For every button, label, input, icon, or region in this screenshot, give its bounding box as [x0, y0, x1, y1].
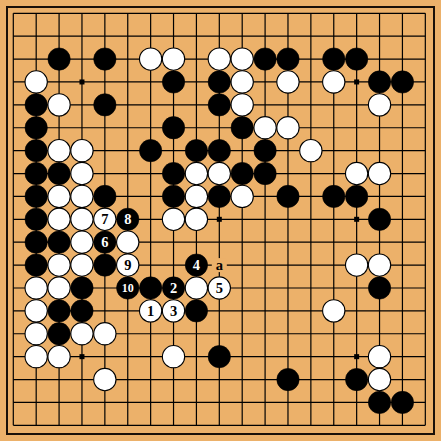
stone-white — [323, 300, 345, 322]
move-number: 6 — [101, 234, 108, 250]
stone-white — [185, 277, 207, 299]
stone-black — [208, 139, 230, 161]
stone-white — [25, 323, 47, 345]
stone-black — [368, 71, 390, 93]
stone-black — [162, 117, 184, 139]
stone-white — [231, 71, 253, 93]
stone-white — [208, 162, 230, 184]
move-number: 1 — [147, 303, 154, 319]
stone-black — [368, 391, 390, 413]
stone-black — [139, 277, 161, 299]
stone-white — [71, 162, 93, 184]
star-point — [354, 79, 359, 84]
stone-white — [185, 185, 207, 207]
stone-white — [368, 94, 390, 116]
stone-black — [48, 323, 70, 345]
stone-black — [346, 48, 368, 70]
stone-white — [323, 71, 345, 93]
stone-white — [300, 139, 322, 161]
stone-black — [254, 162, 276, 184]
stone-white — [71, 323, 93, 345]
move-number: 3 — [170, 303, 177, 319]
stone-white — [208, 48, 230, 70]
stone-white — [71, 185, 93, 207]
stone-white — [71, 254, 93, 276]
star-point — [217, 217, 222, 222]
move-number: 2 — [170, 280, 177, 296]
move-number: 8 — [124, 211, 131, 227]
stone-black — [368, 208, 390, 230]
stone-white — [231, 48, 253, 70]
stone-white — [277, 71, 299, 93]
stone-white — [139, 48, 161, 70]
stone-black — [25, 139, 47, 161]
stone-black — [94, 254, 116, 276]
stone-black — [208, 71, 230, 93]
stone-white — [48, 208, 70, 230]
stone-black — [162, 185, 184, 207]
stone-black — [391, 391, 413, 413]
stone-black — [185, 139, 207, 161]
stone-white — [368, 254, 390, 276]
stone-black — [346, 368, 368, 390]
board-canvas: 12345678910a — [0, 0, 441, 441]
stone-black — [94, 48, 116, 70]
stone-black — [368, 277, 390, 299]
star-point — [79, 79, 84, 84]
stone-white — [254, 117, 276, 139]
stone-black — [25, 117, 47, 139]
stone-black — [277, 48, 299, 70]
stone-white — [71, 208, 93, 230]
move-number: 7 — [101, 211, 108, 227]
stone-black — [25, 208, 47, 230]
stone-white — [368, 368, 390, 390]
star-point — [354, 354, 359, 359]
stone-black — [323, 185, 345, 207]
stone-black — [48, 162, 70, 184]
stone-white — [25, 277, 47, 299]
stone-black — [323, 48, 345, 70]
stone-black — [208, 185, 230, 207]
stone-black — [162, 71, 184, 93]
star-point — [79, 354, 84, 359]
move-number: 10 — [122, 281, 134, 295]
stone-black — [25, 162, 47, 184]
stone-black — [231, 162, 253, 184]
stone-white — [368, 162, 390, 184]
move-number: 5 — [216, 280, 223, 296]
stone-white — [368, 346, 390, 368]
stone-black — [254, 48, 276, 70]
go-board-diagram: 12345678910a — [0, 0, 441, 441]
stone-white — [71, 231, 93, 253]
stone-black — [71, 277, 93, 299]
stone-black — [208, 94, 230, 116]
stone-white — [25, 346, 47, 368]
stone-black — [231, 117, 253, 139]
stone-black — [139, 139, 161, 161]
stone-black — [254, 139, 276, 161]
stone-white — [94, 368, 116, 390]
stone-white — [48, 139, 70, 161]
stone-white — [48, 185, 70, 207]
stone-white — [71, 139, 93, 161]
stone-white — [48, 277, 70, 299]
stone-white — [162, 346, 184, 368]
move-number: 4 — [193, 257, 200, 273]
stone-white — [25, 71, 47, 93]
stone-black — [25, 94, 47, 116]
stone-white — [346, 254, 368, 276]
stone-white — [117, 231, 139, 253]
stone-black — [391, 71, 413, 93]
stone-white — [25, 300, 47, 322]
stone-black — [94, 185, 116, 207]
stone-white — [48, 254, 70, 276]
stone-white — [94, 323, 116, 345]
stone-black — [71, 300, 93, 322]
move-number: 9 — [124, 257, 131, 273]
stone-white — [231, 94, 253, 116]
stone-black — [25, 231, 47, 253]
stone-black — [25, 185, 47, 207]
stone-white — [162, 208, 184, 230]
stone-black — [277, 185, 299, 207]
stone-black — [94, 94, 116, 116]
stone-black — [48, 48, 70, 70]
point-label-a: a — [216, 257, 224, 273]
stone-black — [185, 300, 207, 322]
stone-white — [48, 346, 70, 368]
star-point — [354, 217, 359, 222]
go-board: 12345678910a — [0, 0, 441, 441]
stone-black — [48, 300, 70, 322]
stone-white — [185, 208, 207, 230]
stone-white — [346, 162, 368, 184]
stone-white — [277, 117, 299, 139]
stone-white — [162, 48, 184, 70]
stone-white — [185, 162, 207, 184]
stone-white — [48, 94, 70, 116]
stone-black — [277, 368, 299, 390]
stone-white — [231, 185, 253, 207]
stone-black — [208, 346, 230, 368]
stone-black — [162, 162, 184, 184]
stone-black — [346, 185, 368, 207]
stone-black — [25, 254, 47, 276]
stone-black — [48, 231, 70, 253]
